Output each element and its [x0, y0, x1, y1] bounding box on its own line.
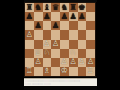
square-b5[interactable]: [34, 30, 43, 39]
square-c2[interactable]: [43, 58, 52, 67]
square-b3[interactable]: ♕: [34, 49, 43, 58]
piece-white-knight: ♘: [43, 49, 50, 57]
letterbox-right: [97, 0, 120, 90]
piece-black-bishop: ♝: [43, 4, 50, 12]
square-h4[interactable]: [86, 40, 95, 49]
square-g5[interactable]: [78, 30, 87, 39]
piece-black-pawn: ♟: [35, 22, 42, 30]
square-a6[interactable]: [25, 21, 34, 30]
square-b7[interactable]: [34, 12, 43, 21]
square-c8[interactable]: ♝: [43, 3, 52, 12]
square-g8[interactable]: ♚: [78, 3, 87, 12]
square-b2[interactable]: ♙: [34, 58, 43, 67]
square-b6[interactable]: ♟: [34, 21, 43, 30]
square-d7[interactable]: [51, 12, 60, 21]
piece-white-queen: ♕: [35, 49, 42, 57]
square-d5[interactable]: [51, 30, 60, 39]
square-a2[interactable]: [25, 58, 34, 67]
piece-black-pawn: ♟: [52, 22, 59, 30]
piece-white-pawn: ♙: [43, 40, 50, 48]
square-e5[interactable]: [60, 30, 69, 39]
piece-white-pawn: ♙: [35, 58, 42, 66]
square-e4[interactable]: [60, 40, 69, 49]
square-f3[interactable]: ♘: [69, 49, 78, 58]
square-e2[interactable]: ♙: [60, 58, 69, 67]
square-c3[interactable]: ♘: [43, 49, 52, 58]
piece-white-king: ♔: [61, 67, 68, 75]
chess-board[interactable]: ♜♞♝♛♞♜♚♟♟♟♟♟♟♟♙♙♙♕♘♘♙♙♙♙♙♖♗♔♖: [24, 2, 96, 77]
square-b8[interactable]: ♞: [34, 3, 43, 12]
letterbox-left: [0, 0, 24, 90]
piece-white-pawn: ♙: [61, 58, 68, 66]
piece-white-pawn: ♙: [78, 58, 85, 66]
square-d6[interactable]: ♟: [51, 21, 60, 30]
square-f2[interactable]: ♙: [69, 58, 78, 67]
square-g7[interactable]: ♟: [78, 12, 87, 21]
square-e3[interactable]: [60, 49, 69, 58]
square-a5[interactable]: ♙: [25, 30, 34, 39]
piece-white-rook: ♖: [26, 67, 33, 75]
video-frame: ♜♞♝♛♞♜♚♟♟♟♟♟♟♟♙♙♙♕♘♘♙♙♙♙♙♖♗♔♖ ··········…: [0, 0, 120, 90]
square-g1[interactable]: [78, 67, 87, 76]
square-d1[interactable]: [51, 67, 60, 76]
piece-black-knight: ♞: [61, 4, 68, 12]
square-e8[interactable]: ♞: [60, 3, 69, 12]
square-g4[interactable]: [78, 40, 87, 49]
piece-black-pawn: ♟: [78, 13, 85, 21]
piece-white-rook: ♖: [87, 67, 94, 75]
square-b4[interactable]: [34, 40, 43, 49]
square-f7[interactable]: ♟: [69, 12, 78, 21]
square-f5[interactable]: [69, 30, 78, 39]
piece-black-pawn: ♟: [61, 13, 68, 21]
piece-black-pawn: ♟: [26, 13, 33, 21]
square-h5[interactable]: [86, 30, 95, 39]
square-b1[interactable]: [34, 67, 43, 76]
square-h1[interactable]: ♖: [86, 67, 95, 76]
square-f8[interactable]: ♜: [69, 3, 78, 12]
square-g6[interactable]: [78, 21, 87, 30]
square-f1[interactable]: [69, 67, 78, 76]
square-a3[interactable]: [25, 49, 34, 58]
square-h2[interactable]: ♙: [86, 58, 95, 67]
square-d3[interactable]: [51, 49, 60, 58]
square-a8[interactable]: ♜: [25, 3, 34, 12]
square-e7[interactable]: ♟: [60, 12, 69, 21]
square-h8[interactable]: [86, 3, 95, 12]
piece-white-pawn: ♙: [26, 31, 33, 39]
piece-black-queen: ♛: [52, 4, 59, 12]
square-c1[interactable]: ♗: [43, 67, 52, 76]
square-h7[interactable]: [86, 12, 95, 21]
piece-black-knight: ♞: [35, 4, 42, 12]
piece-white-bishop: ♗: [43, 67, 50, 75]
piece-black-pawn: ♟: [70, 13, 77, 21]
square-d8[interactable]: ♛: [51, 3, 60, 12]
piece-white-pawn: ♙: [52, 40, 59, 48]
square-c5[interactable]: [43, 30, 52, 39]
square-h6[interactable]: [86, 21, 95, 30]
square-a7[interactable]: ♟: [25, 12, 34, 21]
piece-black-rook: ♜: [70, 4, 77, 12]
bottom-strip: [24, 86, 97, 90]
square-c7[interactable]: ♟: [43, 12, 52, 21]
square-f6[interactable]: [69, 21, 78, 30]
square-h3[interactable]: [86, 49, 95, 58]
piece-black-pawn: ♟: [43, 13, 50, 21]
square-d4[interactable]: ♙: [51, 40, 60, 49]
square-c4[interactable]: ♙: [43, 40, 52, 49]
piece-white-knight: ♘: [70, 49, 77, 57]
piece-black-king: ♚: [78, 4, 85, 12]
piece-white-pawn: ♙: [87, 58, 94, 66]
square-d2[interactable]: [51, 58, 60, 67]
piece-white-pawn: ♙: [70, 58, 77, 66]
square-a4[interactable]: [25, 40, 34, 49]
square-a1[interactable]: ♖: [25, 67, 34, 76]
caption-bar: ········································…: [24, 78, 97, 86]
square-c6[interactable]: [43, 21, 52, 30]
square-g2[interactable]: ♙: [78, 58, 87, 67]
square-e1[interactable]: ♔: [60, 67, 69, 76]
piece-black-rook: ♜: [26, 4, 33, 12]
square-f4[interactable]: [69, 40, 78, 49]
square-e6[interactable]: [60, 21, 69, 30]
square-g3[interactable]: [78, 49, 87, 58]
